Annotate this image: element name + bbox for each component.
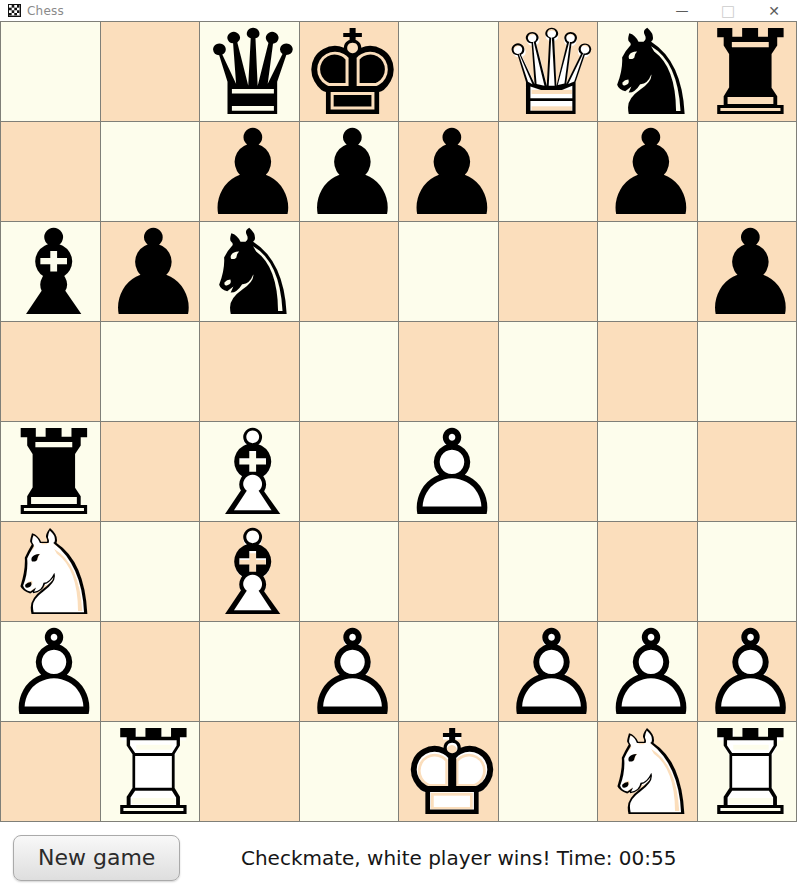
- square-d3[interactable]: [300, 522, 399, 621]
- piece-outline: ♙: [399, 414, 498, 532]
- square-b7[interactable]: [101, 122, 200, 221]
- black-pawn-piece: ♟: [698, 214, 797, 332]
- square-c6[interactable]: ♞: [200, 222, 299, 321]
- piece-outline: ♙: [300, 614, 399, 732]
- piece-fill: ♟: [500, 617, 595, 731]
- white-pawn-piece: ♟♙: [300, 614, 399, 732]
- white-bishop-piece: ♝♗: [200, 514, 299, 632]
- square-b8[interactable]: [101, 22, 200, 121]
- square-d6[interactable]: [300, 222, 399, 321]
- square-a2[interactable]: ♟♙: [1, 622, 100, 721]
- maximize-button[interactable]: □: [705, 0, 751, 21]
- square-h5[interactable]: [698, 322, 797, 421]
- square-h2[interactable]: ♟♙: [698, 622, 797, 721]
- black-pawn-piece: ♟: [598, 114, 697, 232]
- piece-outline: ♙: [1, 614, 100, 732]
- square-b2[interactable]: [101, 622, 200, 721]
- square-e6[interactable]: [399, 222, 498, 321]
- window-title: Chess: [27, 4, 64, 18]
- square-e5[interactable]: [399, 322, 498, 421]
- square-h4[interactable]: [698, 422, 797, 521]
- square-b3[interactable]: [101, 522, 200, 621]
- square-d4[interactable]: [300, 422, 399, 521]
- square-h7[interactable]: [698, 122, 797, 221]
- square-h6[interactable]: ♟: [698, 222, 797, 321]
- square-f5[interactable]: [499, 322, 598, 421]
- square-e3[interactable]: [399, 522, 498, 621]
- black-knight-piece: ♞: [598, 14, 697, 132]
- white-rook-piece: ♜♖: [101, 714, 200, 832]
- piece-outline: ♔: [399, 714, 498, 832]
- white-knight-piece: ♞♘: [1, 514, 100, 632]
- square-f7[interactable]: [499, 122, 598, 221]
- square-a3[interactable]: ♞♘: [1, 522, 100, 621]
- black-pawn-piece: ♟: [300, 114, 399, 232]
- game-status-text: Checkmate, white player wins! Time: 00:5…: [180, 846, 797, 870]
- piece-fill: ♟: [699, 617, 794, 731]
- square-a6[interactable]: ♝: [1, 222, 100, 321]
- black-rook-piece: ♜: [1, 414, 100, 532]
- piece-outline: ♖: [101, 714, 200, 832]
- piece-fill: ♚: [401, 717, 496, 831]
- square-g1[interactable]: ♞♘: [598, 722, 697, 821]
- square-a1[interactable]: [1, 722, 100, 821]
- square-f1[interactable]: [499, 722, 598, 821]
- piece-outline: ♙: [698, 614, 797, 732]
- black-knight-piece: ♞: [200, 214, 299, 332]
- white-rook-piece: ♜♖: [698, 714, 797, 832]
- square-c4[interactable]: ♝♗: [200, 422, 299, 521]
- square-c2[interactable]: [200, 622, 299, 721]
- piece-outline: ♙: [598, 614, 697, 732]
- minimize-button[interactable]: —: [659, 0, 705, 21]
- piece-fill: ♛: [500, 17, 595, 131]
- square-c3[interactable]: ♝♗: [200, 522, 299, 621]
- square-e4[interactable]: ♟♙: [399, 422, 498, 521]
- piece-fill: ♜: [699, 717, 794, 831]
- piece-fill: ♝: [202, 517, 297, 631]
- white-king-piece: ♚♔: [399, 714, 498, 832]
- piece-outline: ♕: [499, 14, 598, 132]
- piece-fill: ♟: [301, 617, 396, 731]
- square-c7[interactable]: ♟: [200, 122, 299, 221]
- square-g7[interactable]: ♟: [598, 122, 697, 221]
- piece-fill: ♟: [600, 617, 695, 731]
- square-g2[interactable]: ♟♙: [598, 622, 697, 721]
- square-b6[interactable]: ♟: [101, 222, 200, 321]
- close-button[interactable]: ✕: [751, 0, 797, 21]
- square-g4[interactable]: [598, 422, 697, 521]
- square-f4[interactable]: [499, 422, 598, 521]
- square-c8[interactable]: ♛: [200, 22, 299, 121]
- window-controls: — □ ✕: [659, 0, 797, 21]
- chess-app-window: Chess — □ ✕ ♛♚♛♕♞♜♟♟♟♟♝♟♞♟♜♝♗♟♙♞♘♝♗♟♙♟♙♟…: [0, 0, 797, 893]
- piece-fill: ♝: [202, 417, 297, 531]
- square-g6[interactable]: [598, 222, 697, 321]
- square-d1[interactable]: [300, 722, 399, 821]
- square-e8[interactable]: [399, 22, 498, 121]
- square-a5[interactable]: [1, 322, 100, 421]
- title-bar: Chess — □ ✕: [0, 0, 797, 21]
- chess-app-icon: [8, 4, 21, 17]
- square-b5[interactable]: [101, 322, 200, 421]
- piece-outline: ♘: [1, 514, 100, 632]
- square-e2[interactable]: [399, 622, 498, 721]
- square-a8[interactable]: [1, 22, 100, 121]
- square-b1[interactable]: ♜♖: [101, 722, 200, 821]
- square-f8[interactable]: ♛♕: [499, 22, 598, 121]
- white-pawn-piece: ♟♙: [598, 614, 697, 732]
- square-f2[interactable]: ♟♙: [499, 622, 598, 721]
- square-f3[interactable]: [499, 522, 598, 621]
- square-h3[interactable]: [698, 522, 797, 621]
- black-rook-piece: ♜: [698, 14, 797, 132]
- white-pawn-piece: ♟♙: [698, 614, 797, 732]
- piece-fill: ♞: [3, 517, 98, 631]
- white-queen-piece: ♛♕: [499, 14, 598, 132]
- piece-outline: ♖: [698, 714, 797, 832]
- square-f6[interactable]: [499, 222, 598, 321]
- piece-outline: ♗: [200, 514, 299, 632]
- black-pawn-piece: ♟: [101, 214, 200, 332]
- square-g3[interactable]: [598, 522, 697, 621]
- square-d5[interactable]: [300, 322, 399, 421]
- black-pawn-piece: ♟: [399, 114, 498, 232]
- square-d7[interactable]: ♟: [300, 122, 399, 221]
- square-a7[interactable]: [1, 122, 100, 221]
- piece-fill: ♟: [401, 417, 496, 531]
- new-game-button[interactable]: New game: [13, 835, 180, 881]
- white-bishop-piece: ♝♗: [200, 414, 299, 532]
- chess-board: ♛♚♛♕♞♜♟♟♟♟♝♟♞♟♜♝♗♟♙♞♘♝♗♟♙♟♙♟♙♟♙♟♙♜♖♚♔♞♘♜…: [0, 21, 797, 822]
- square-c5[interactable]: [200, 322, 299, 421]
- square-h8[interactable]: ♜: [698, 22, 797, 121]
- piece-fill: ♟: [3, 617, 98, 731]
- square-e7[interactable]: ♟: [399, 122, 498, 221]
- square-g5[interactable]: [598, 322, 697, 421]
- white-knight-piece: ♞♘: [598, 714, 697, 832]
- square-h1[interactable]: ♜♖: [698, 722, 797, 821]
- black-pawn-piece: ♟: [200, 114, 299, 232]
- piece-outline: ♗: [200, 414, 299, 532]
- square-d8[interactable]: ♚: [300, 22, 399, 121]
- piece-fill: ♞: [600, 717, 695, 831]
- white-pawn-piece: ♟♙: [399, 414, 498, 532]
- black-bishop-piece: ♝: [1, 214, 100, 332]
- piece-outline: ♙: [499, 614, 598, 732]
- piece-fill: ♜: [102, 717, 197, 831]
- square-c1[interactable]: [200, 722, 299, 821]
- piece-outline: ♘: [598, 714, 697, 832]
- square-b4[interactable]: [101, 422, 200, 521]
- black-king-piece: ♚: [300, 14, 399, 132]
- square-d2[interactable]: ♟♙: [300, 622, 399, 721]
- square-g8[interactable]: ♞: [598, 22, 697, 121]
- white-pawn-piece: ♟♙: [499, 614, 598, 732]
- black-queen-piece: ♛: [200, 14, 299, 132]
- control-bar: New game Checkmate, white player wins! T…: [0, 822, 797, 893]
- square-e1[interactable]: ♚♔: [399, 722, 498, 821]
- white-pawn-piece: ♟♙: [1, 614, 100, 732]
- square-a4[interactable]: ♜: [1, 422, 100, 521]
